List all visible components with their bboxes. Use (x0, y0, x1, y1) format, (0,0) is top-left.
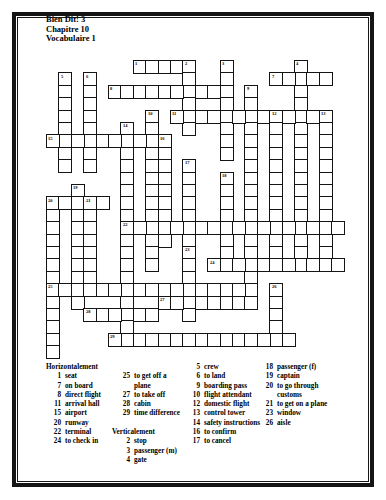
clue-item: 16to confirm (186, 428, 262, 437)
clue-number: 5 (61, 74, 73, 79)
clue-column-4: 18passenger (f)19captain20to go through … (258, 363, 340, 428)
vertical-heading: Verticalement (112, 428, 184, 437)
clue-item-text: to check in (65, 437, 98, 446)
clue-item: 7on board (46, 382, 122, 391)
clue-item-number: 17 (186, 437, 200, 446)
clue-item: 10flight attendant (186, 391, 262, 400)
clue-item: 13control tower (186, 409, 262, 418)
crossword-cell[interactable] (306, 221, 320, 235)
crossword-cell[interactable] (133, 134, 147, 148)
clue-item-text: gate (134, 456, 147, 465)
clue-item: 1seat (46, 372, 122, 381)
clue-item-text: captain (277, 372, 300, 381)
clue-item-text: to go through customs (277, 382, 340, 401)
clue-item-number: 9 (186, 382, 200, 391)
clue-item: 20runway (46, 419, 122, 428)
clue-item-text: runway (65, 419, 89, 428)
clue-item: 5crew (186, 363, 262, 372)
clue-item-number: 6 (186, 372, 200, 381)
clue-number: 11 (172, 111, 184, 116)
clue-item-number: 18 (258, 363, 273, 372)
clue-item-text: cabin (134, 400, 151, 409)
clue-item-text: flight attendant (204, 391, 252, 400)
clue-item-number: 3 (112, 447, 130, 456)
clue-item-text: to cancel (204, 437, 231, 446)
clue-number: 26 (272, 284, 284, 289)
crossword-cell[interactable] (282, 72, 296, 86)
clue-item-text: seat (65, 372, 77, 381)
clue-item-text: boarding pass (204, 382, 247, 391)
clue-item-text: time difference (134, 409, 180, 418)
crossword-cell[interactable] (145, 258, 159, 272)
clue-item-number: 27 (112, 391, 130, 400)
clue-item-text: safety instructions (204, 419, 260, 428)
crossword-cell[interactable] (182, 308, 196, 322)
clue-item-number: 1 (46, 372, 61, 381)
crossword-cell[interactable] (257, 221, 271, 235)
clue-item-number: 5 (186, 363, 200, 372)
clue-item: 25to get off a plane (112, 372, 184, 391)
clue-item-text: aisle (277, 419, 291, 428)
clue-number: 18 (222, 173, 234, 178)
crossword-cell[interactable] (232, 221, 246, 235)
clue-item: 6to land (186, 372, 262, 381)
clue-item-text: to confirm (204, 428, 236, 437)
clue-item-text: direct flight (65, 391, 101, 400)
crossword-cell[interactable] (108, 308, 122, 322)
crossword-cell[interactable] (158, 234, 172, 248)
crossword-cell[interactable]: 15 (46, 134, 60, 148)
crossword-grid: 1234567891011121314221516171819202125232… (46, 60, 348, 362)
clue-number: 2 (185, 61, 197, 66)
clue-item-text: stop (134, 437, 147, 446)
crossword-cell[interactable] (207, 221, 221, 235)
clue-item-text: domestic flight (204, 400, 249, 409)
clue-number: 6 (86, 74, 98, 79)
worksheet-page: Bien Dit! 3 Chapitre 10 Vocabulaire 1 12… (0, 0, 386, 500)
clue-item-number: 16 (186, 428, 200, 437)
clue-item: 24to check in (46, 437, 122, 446)
clue-item: 2stop (112, 437, 184, 446)
clue-item-text: crew (204, 363, 219, 372)
clue-number: 10 (148, 111, 160, 116)
crossword-cell[interactable] (220, 147, 234, 161)
worksheet-title: Bien Dit! 3 Chapitre 10 Vocabulaire 1 (46, 15, 96, 44)
clue-item-number: 14 (186, 419, 200, 428)
clue-number: 24 (210, 260, 222, 265)
clue-number: 14 (123, 123, 135, 128)
clue-item: 17to cancel (186, 437, 262, 446)
clue-item-text: control tower (204, 409, 245, 418)
clue-item-text: to get on a plane (277, 400, 327, 409)
clue-item-number: 13 (186, 409, 200, 418)
clue-item-number: 15 (46, 409, 61, 418)
clue-number: 15 (48, 136, 60, 141)
clue-item-text: passenger (f) (277, 363, 316, 372)
clue-number: 16 (160, 136, 172, 141)
clue-number: 9 (247, 86, 259, 91)
clue-item: 19captain (258, 372, 340, 381)
clue-item-text: to take off (134, 391, 165, 400)
clue-item-text: window (277, 409, 301, 418)
crossword-cell[interactable] (244, 296, 258, 310)
clue-number: 17 (185, 160, 197, 165)
clue-item-number: 28 (112, 400, 130, 409)
crossword-cell[interactable] (108, 283, 122, 297)
crossword-cell[interactable] (182, 122, 196, 136)
crossword-cell[interactable] (46, 345, 60, 359)
clue-item-number: 4 (112, 456, 130, 465)
clue-item-number: 29 (112, 409, 130, 418)
clue-number: 29 (110, 334, 122, 339)
crossword-cell[interactable] (207, 110, 221, 124)
clue-number: 3 (222, 61, 234, 66)
clue-item: 15airport (46, 409, 122, 418)
clue-item-number: 20 (46, 419, 61, 428)
clue-item: 9boarding pass (186, 382, 262, 391)
clue-item-number: 20 (258, 382, 273, 401)
crossword-cell[interactable] (319, 72, 333, 86)
crossword-cell[interactable] (282, 258, 296, 272)
clue-item-text: on board (65, 382, 93, 391)
crossword-cell[interactable] (83, 159, 97, 173)
crossword-cell[interactable]: 11 (170, 110, 184, 124)
crossword-cell[interactable] (108, 134, 122, 148)
crossword-cell[interactable] (145, 308, 159, 322)
clue-item-number: 12 (186, 400, 200, 409)
clue-item-text: to land (204, 372, 225, 381)
crossword-cell[interactable] (58, 196, 72, 210)
crossword-cell[interactable] (207, 85, 221, 99)
clue-item: 21to get on a plane (258, 400, 340, 409)
crossword-cell[interactable] (331, 221, 345, 235)
crossword-cell[interactable] (232, 110, 246, 124)
clue-item-number: 25 (112, 372, 130, 391)
crossword-cell[interactable] (170, 85, 184, 99)
clue-column-1: Horizontalement 1seat7on board8direct fl… (46, 363, 122, 447)
across-heading: Horizontalement (46, 363, 122, 372)
clue-item: 26aisle (258, 419, 340, 428)
clue-item-text: airport (65, 409, 87, 418)
clue-item: 18passenger (f) (258, 363, 340, 372)
clue-item: 11arrival hall (46, 400, 122, 409)
crossword-cell[interactable] (170, 296, 184, 310)
crossword-cell[interactable] (306, 258, 320, 272)
clue-item: 3passenger (m) (112, 447, 184, 456)
clue-item: 12domestic flight (186, 400, 262, 409)
crossword-cell[interactable]: 24 (207, 258, 221, 272)
clue-item-number: 21 (258, 400, 273, 409)
clue-number: 23 (185, 247, 197, 252)
clue-item: 8direct flight (46, 391, 122, 400)
clue-column-3: 5crew6to land9boarding pass10flight atte… (186, 363, 262, 447)
clue-item-number: 7 (46, 382, 61, 391)
clue-item: 4gate (112, 456, 184, 465)
crossword-cell[interactable] (71, 134, 85, 148)
clue-item-number: 24 (46, 437, 61, 446)
clue-item-number: 11 (46, 400, 61, 409)
clue-item: 29time difference (112, 409, 184, 418)
clue-item-number: 26 (258, 419, 273, 428)
clue-item: 23window (258, 409, 340, 418)
crossword-cell[interactable] (58, 283, 72, 297)
clue-item: 27to take off (112, 391, 184, 400)
clue-item-number: 19 (258, 372, 273, 381)
clue-item-number: 2 (112, 437, 130, 446)
clue-column-2: 25to get off a plane27to take off28cabin… (112, 363, 184, 465)
crossword-cell[interactable] (282, 333, 296, 347)
clue-item-number: 8 (46, 391, 61, 400)
clue-item-number: 10 (186, 391, 200, 400)
clue-number: 13 (321, 111, 333, 116)
clue-item-text: to get off a plane (134, 372, 184, 391)
crossword-cell[interactable]: 29 (108, 333, 122, 347)
clue-item-number: 22 (46, 428, 61, 437)
clue-item: 28cabin (112, 400, 184, 409)
crossword-cell[interactable] (170, 221, 184, 235)
crossword-cell[interactable] (282, 221, 296, 235)
clue-item: 20to go through customs (258, 382, 340, 401)
crossword-cell[interactable] (257, 333, 271, 347)
crossword-cell[interactable] (58, 159, 72, 173)
crossword-cell[interactable] (232, 258, 246, 272)
crossword-cell[interactable] (282, 110, 296, 124)
clue-item-text: arrival hall (65, 400, 100, 409)
crossword-cell[interactable] (331, 258, 345, 272)
clue-item: 22terminal (46, 428, 122, 437)
clue-item-text: passenger (m) (134, 447, 177, 456)
clue-number: 19 (73, 185, 85, 190)
clue-item-text: terminal (65, 428, 91, 437)
crossword-cell[interactable] (96, 196, 110, 210)
clue-number: 4 (296, 61, 308, 66)
clue-item: 14safety instructions (186, 419, 262, 428)
clue-item-number: 23 (258, 409, 273, 418)
crossword-cell[interactable] (133, 221, 147, 235)
